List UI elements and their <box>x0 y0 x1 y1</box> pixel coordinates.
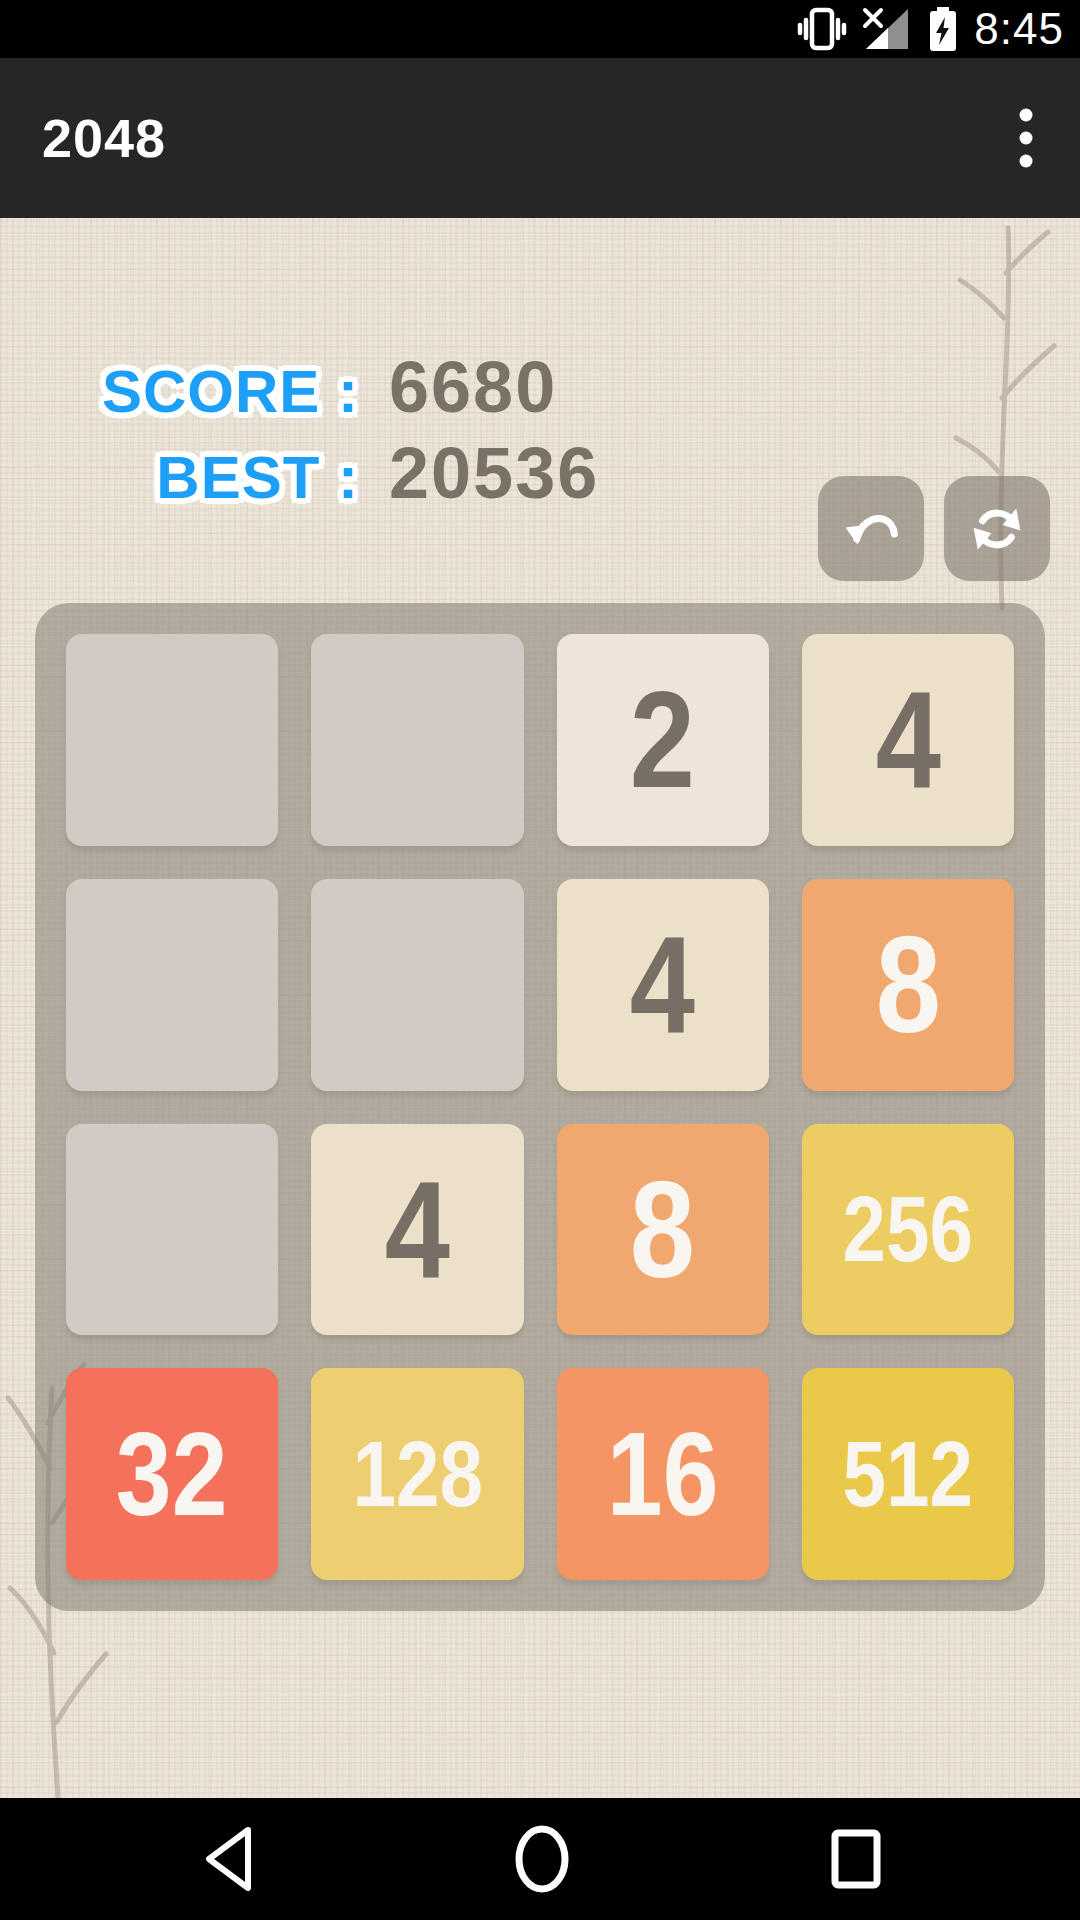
page-title: 2048 <box>42 107 166 169</box>
tile-4: 4 <box>802 634 1014 846</box>
empty-cell <box>311 879 523 1091</box>
best-label: BEST : <box>156 443 359 512</box>
signal-no-connection-icon <box>862 7 912 51</box>
tile-512: 512 <box>802 1368 1014 1580</box>
tile-8: 8 <box>557 1124 769 1336</box>
overflow-menu-icon <box>1018 107 1034 169</box>
empty-cell <box>66 879 278 1091</box>
tile-128: 128 <box>311 1368 523 1580</box>
recents-button[interactable] <box>830 1828 882 1890</box>
home-icon <box>514 1824 570 1894</box>
tile-4: 4 <box>557 879 769 1091</box>
controls <box>818 476 1050 581</box>
back-button[interactable] <box>202 1825 254 1893</box>
app-bar: 2048 <box>0 58 1080 218</box>
tile-16: 16 <box>557 1368 769 1580</box>
tile-32: 32 <box>66 1368 278 1580</box>
home-button[interactable] <box>514 1824 570 1894</box>
recents-icon <box>830 1828 882 1890</box>
empty-cell <box>66 634 278 846</box>
empty-cell <box>311 634 523 846</box>
score-value: 6680 <box>389 346 599 428</box>
nav-bar <box>0 1798 1080 1920</box>
status-bar: 8:45 <box>0 0 1080 58</box>
best-value: 20536 <box>389 432 599 514</box>
back-icon <box>202 1825 254 1893</box>
score-label: SCORE : <box>102 357 359 426</box>
undo-arrow-icon <box>837 495 905 563</box>
scoreboard: SCORE : 6680 BEST : 20536 <box>102 346 599 514</box>
undo-button[interactable] <box>818 476 924 581</box>
tile-8: 8 <box>802 879 1014 1091</box>
restart-arrows-icon <box>964 496 1030 562</box>
game-board[interactable]: 2448482563212816512 <box>35 603 1045 1611</box>
tile-256: 256 <box>802 1124 1014 1336</box>
restart-button[interactable] <box>944 476 1050 581</box>
status-clock: 8:45 <box>974 4 1064 54</box>
tile-2: 2 <box>557 634 769 846</box>
battery-charging-icon <box>926 6 960 52</box>
empty-cell <box>66 1124 278 1336</box>
overflow-menu-button[interactable] <box>994 83 1058 193</box>
screen: 8:45 2048 SCOR <box>0 0 1080 1920</box>
game-area: SCORE : 6680 BEST : 20536 24484 <box>0 218 1080 1798</box>
tile-4: 4 <box>311 1124 523 1336</box>
vibrate-icon <box>796 7 848 51</box>
